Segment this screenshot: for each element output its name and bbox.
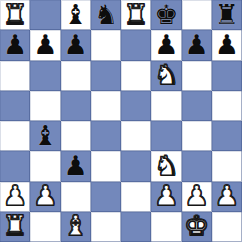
square-f6[interactable]: ♞ [151,61,181,91]
square-f7[interactable]: ♟ [151,30,181,60]
square-a1[interactable]: ♜ [0,212,30,242]
white-rook[interactable]: ♜ [3,212,27,239]
square-c1[interactable]: ♝ [61,212,91,242]
square-d8[interactable]: ♞ [91,0,121,30]
black-pawn[interactable]: ♟ [185,31,209,58]
black-rook[interactable]: ♜ [215,1,239,28]
white-pawn[interactable]: ♟ [3,182,27,209]
square-g6[interactable] [182,61,212,91]
chess-board: ♜♝♞♜♚♜♟♟♟♟♟♟♞♝♟♞♟♟♟♟♟♜♝♚ [0,0,242,242]
square-g4[interactable] [182,121,212,151]
black-bishop[interactable]: ♝ [33,122,57,149]
square-d5[interactable] [91,91,121,121]
black-king[interactable]: ♚ [154,1,178,28]
square-f2[interactable]: ♟ [151,182,181,212]
square-b1[interactable] [30,212,60,242]
square-f3[interactable]: ♞ [151,151,181,181]
square-e5[interactable] [121,91,151,121]
chess-board-wrapper: ♜♝♞♜♚♜♟♟♟♟♟♟♞♝♟♞♟♟♟♟♟♜♝♚ [0,0,242,242]
square-d4[interactable] [91,121,121,151]
square-a7[interactable]: ♟ [0,30,30,60]
square-b8[interactable] [30,0,60,30]
black-pawn[interactable]: ♟ [3,31,27,58]
black-bishop[interactable]: ♝ [64,1,88,28]
square-f8[interactable]: ♚ [151,0,181,30]
square-g8[interactable] [182,0,212,30]
square-h3[interactable] [212,151,242,181]
square-a8[interactable]: ♜ [0,0,30,30]
square-h4[interactable] [212,121,242,151]
black-pawn[interactable]: ♟ [154,31,178,58]
square-h6[interactable] [212,61,242,91]
black-knight[interactable]: ♞ [94,1,118,28]
square-e2[interactable] [121,182,151,212]
square-b2[interactable]: ♟ [30,182,60,212]
square-e7[interactable] [121,30,151,60]
square-b4[interactable]: ♝ [30,121,60,151]
white-bishop[interactable]: ♝ [64,212,88,239]
square-c7[interactable]: ♟ [61,30,91,60]
square-e4[interactable] [121,121,151,151]
square-g1[interactable]: ♚ [182,212,212,242]
square-e8[interactable]: ♜ [121,0,151,30]
square-c8[interactable]: ♝ [61,0,91,30]
square-b5[interactable] [30,91,60,121]
square-a5[interactable] [0,91,30,121]
square-a4[interactable] [0,121,30,151]
square-c6[interactable] [61,61,91,91]
square-d7[interactable] [91,30,121,60]
square-f1[interactable] [151,212,181,242]
square-b7[interactable]: ♟ [30,30,60,60]
black-pawn[interactable]: ♟ [64,31,88,58]
square-h7[interactable]: ♟ [212,30,242,60]
white-king[interactable]: ♚ [185,212,209,239]
square-h5[interactable] [212,91,242,121]
square-b3[interactable] [30,151,60,181]
white-pawn[interactable]: ♟ [154,182,178,209]
square-h8[interactable]: ♜ [212,0,242,30]
white-knight[interactable]: ♞ [154,61,178,88]
square-d6[interactable] [91,61,121,91]
square-g3[interactable] [182,151,212,181]
square-c3[interactable]: ♟ [61,151,91,181]
square-h1[interactable] [212,212,242,242]
square-c4[interactable] [61,121,91,151]
black-pawn[interactable]: ♟ [215,31,239,58]
square-c5[interactable] [61,91,91,121]
square-g7[interactable]: ♟ [182,30,212,60]
square-g5[interactable] [182,91,212,121]
square-b6[interactable] [30,61,60,91]
black-pawn[interactable]: ♟ [33,31,57,58]
white-knight[interactable]: ♞ [154,152,178,179]
square-f5[interactable] [151,91,181,121]
square-h2[interactable]: ♟ [212,182,242,212]
square-e3[interactable] [121,151,151,181]
square-a6[interactable] [0,61,30,91]
square-g2[interactable]: ♟ [182,182,212,212]
white-pawn[interactable]: ♟ [215,182,239,209]
white-pawn[interactable]: ♟ [33,182,57,209]
square-f4[interactable] [151,121,181,151]
black-pawn[interactable]: ♟ [64,152,88,179]
square-c2[interactable] [61,182,91,212]
square-a3[interactable] [0,151,30,181]
white-rook[interactable]: ♜ [3,1,27,28]
square-d1[interactable] [91,212,121,242]
white-rook[interactable]: ♜ [124,1,148,28]
square-a2[interactable]: ♟ [0,182,30,212]
square-e6[interactable] [121,61,151,91]
square-d2[interactable] [91,182,121,212]
square-e1[interactable] [121,212,151,242]
square-d3[interactable] [91,151,121,181]
white-pawn[interactable]: ♟ [185,182,209,209]
